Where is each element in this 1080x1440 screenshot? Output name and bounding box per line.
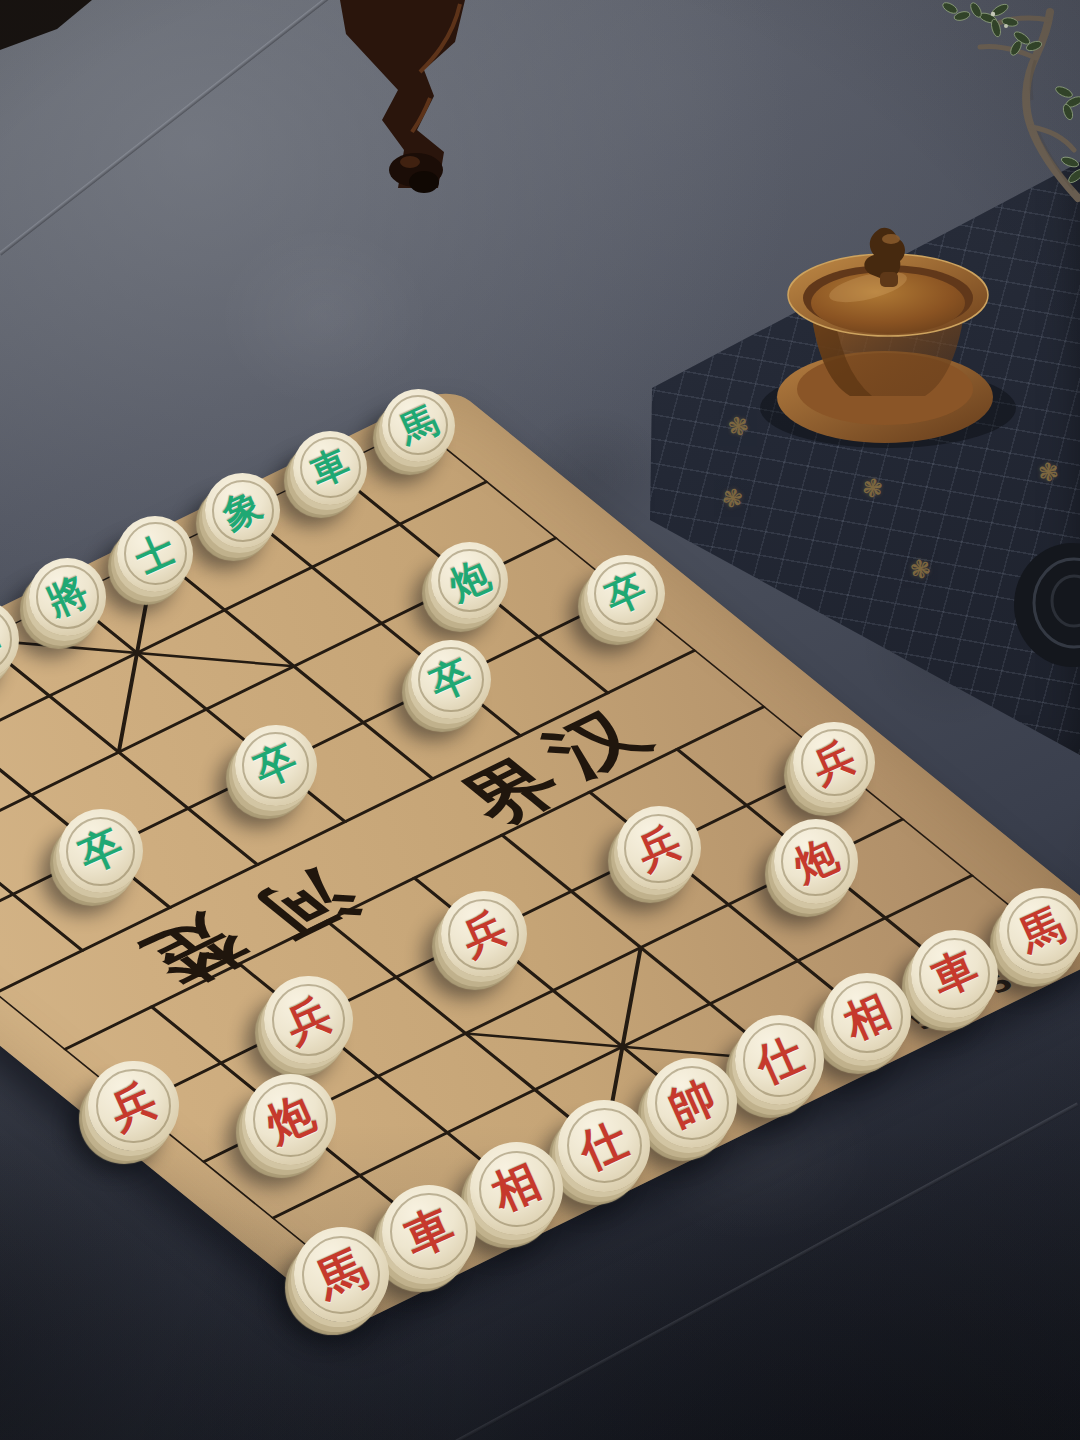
gold-flower-motif: ❃ <box>907 553 934 586</box>
xiangqi-piece-兵[interactable]: 兵 <box>617 806 701 890</box>
xiangqi-piece-兵[interactable]: 兵 <box>441 891 527 977</box>
xiangqi-piece-仕[interactable]: 仕 <box>558 1100 650 1192</box>
xiangqi-piece-仕[interactable]: 仕 <box>735 1015 825 1105</box>
xiangqi-piece-炮[interactable]: 炮 <box>431 542 508 619</box>
xiangqi-piece-將[interactable]: 將 <box>29 558 107 636</box>
table-leg-icon <box>312 0 482 200</box>
xiangqi-piece-馬[interactable]: 馬 <box>999 888 1080 974</box>
floor-tile-seam <box>0 0 332 256</box>
xiangqi-piece-卒[interactable]: 卒 <box>59 809 143 893</box>
table-corner <box>0 0 92 50</box>
xiangqi-piece-卒[interactable]: 卒 <box>235 725 317 807</box>
xiangqi-piece-相[interactable]: 相 <box>470 1142 563 1235</box>
gaiwan-teacup-icon <box>740 190 1040 470</box>
xiangqi-piece-相[interactable]: 相 <box>823 973 911 1061</box>
stone-ornament-icon <box>1008 535 1080 675</box>
gold-flower-motif: ❃ <box>860 473 885 505</box>
xiangqi-piece-帥[interactable]: 帥 <box>647 1058 738 1149</box>
photo-scene: ❃ ❃ ❃ ❃ ❃ ❃ <box>0 0 1080 1440</box>
xiangqi-piece-卒[interactable]: 卒 <box>411 640 491 720</box>
xiangqi-piece-卒[interactable]: 卒 <box>587 555 664 632</box>
xiangqi-piece-兵[interactable]: 兵 <box>264 976 353 1065</box>
gold-flower-motif: ❃ <box>719 482 746 515</box>
xiangqi-piece-馬[interactable]: 馬 <box>382 389 455 462</box>
xiangqi-piece-車[interactable]: 車 <box>382 1185 476 1279</box>
xiangqi-piece-兵[interactable]: 兵 <box>793 722 875 804</box>
xiangqi-piece-兵[interactable]: 兵 <box>88 1061 179 1152</box>
bonsai-branch-icon <box>850 0 1080 210</box>
gold-flower-motif: ❃ <box>1037 457 1061 488</box>
xiangqi-piece-炮[interactable]: 炮 <box>245 1074 336 1165</box>
xiangqi-piece-車[interactable]: 車 <box>293 431 367 505</box>
xiangqi-piece-炮[interactable]: 炮 <box>774 819 858 903</box>
xiangqi-piece-象[interactable]: 象 <box>205 473 280 548</box>
xiangqi-piece-馬[interactable]: 馬 <box>294 1227 389 1322</box>
xiangqi-piece-士[interactable]: 士 <box>117 516 193 592</box>
xiangqi-piece-車[interactable]: 車 <box>911 930 998 1017</box>
